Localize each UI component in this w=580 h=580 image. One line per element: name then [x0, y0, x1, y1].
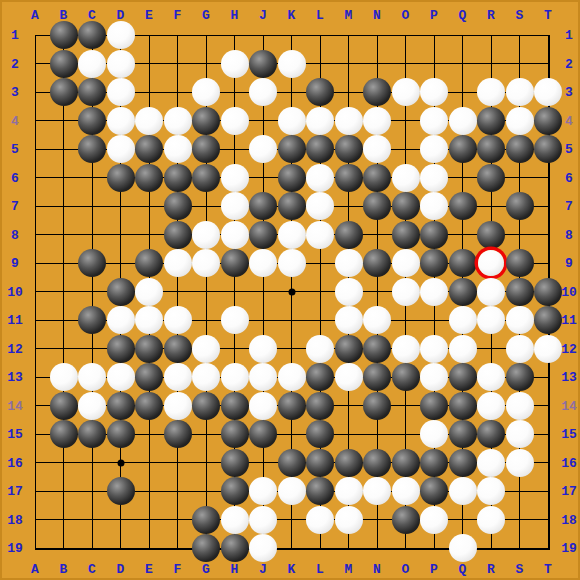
- intersection-E1[interactable]: [135, 21, 164, 50]
- stone-black-C4: [78, 107, 106, 135]
- stone-white-M10: [335, 278, 363, 306]
- stone-black-J15: [249, 420, 277, 448]
- intersection-M1[interactable]: [334, 21, 363, 50]
- intersection-A15[interactable]: [21, 420, 50, 449]
- intersection-B11[interactable]: [49, 306, 78, 335]
- col-label-bottom-O: O: [402, 563, 410, 576]
- intersection-Q8[interactable]: [448, 220, 477, 249]
- intersection-S17[interactable]: [505, 477, 534, 506]
- intersection-C18[interactable]: [78, 505, 107, 534]
- intersection-A8[interactable]: [21, 220, 50, 249]
- intersection-B16[interactable]: [49, 448, 78, 477]
- point-R3: [477, 78, 506, 107]
- stone-white-B13: [50, 363, 78, 391]
- intersection-N8[interactable]: [363, 220, 392, 249]
- intersection-L1[interactable]: [306, 21, 335, 50]
- point-B13: [49, 363, 78, 392]
- point-C11: [78, 306, 107, 335]
- intersection-A1[interactable]: [21, 21, 50, 50]
- intersection-O2[interactable]: [391, 49, 420, 78]
- stone-black-P17: [420, 477, 448, 505]
- intersection-F19[interactable]: [163, 534, 192, 563]
- intersection-L19[interactable]: [306, 534, 335, 563]
- intersection-G10[interactable]: [192, 277, 221, 306]
- intersection-C12[interactable]: [78, 334, 107, 363]
- go-board: AABBCCDDEEFFGGHHJJKKLLMMNNOOPPQQRRSSTT11…: [0, 0, 580, 580]
- intersection-D8[interactable]: [106, 220, 135, 249]
- point-H18: [220, 505, 249, 534]
- stone-white-R10: [477, 278, 505, 306]
- intersection-H1[interactable]: [220, 21, 249, 50]
- point-T12: [534, 334, 563, 363]
- point-O12: [391, 334, 420, 363]
- intersection-A7[interactable]: [21, 192, 50, 221]
- point-G3: [192, 78, 221, 107]
- row-label-right-5: 5: [565, 143, 573, 156]
- col-label-top-M: M: [345, 9, 353, 22]
- stone-white-R14: [477, 392, 505, 420]
- point-Q5: [448, 135, 477, 164]
- stone-black-Q16: [449, 449, 477, 477]
- intersection-M2[interactable]: [334, 49, 363, 78]
- intersection-L10[interactable]: [306, 277, 335, 306]
- intersection-B6[interactable]: [49, 163, 78, 192]
- stone-black-D6: [107, 164, 135, 192]
- intersection-F1[interactable]: [163, 21, 192, 50]
- intersection-O14[interactable]: [391, 391, 420, 420]
- stone-black-G4: [192, 107, 220, 135]
- stone-black-J7: [249, 192, 277, 220]
- stone-black-D17: [107, 477, 135, 505]
- intersection-F3[interactable]: [163, 78, 192, 107]
- intersection-K3[interactable]: [277, 78, 306, 107]
- stone-white-P15: [420, 420, 448, 448]
- intersection-E15[interactable]: [135, 420, 164, 449]
- intersection-O15[interactable]: [391, 420, 420, 449]
- point-R5: [477, 135, 506, 164]
- point-D2: [106, 49, 135, 78]
- point-H6: [220, 163, 249, 192]
- intersection-L9[interactable]: [306, 249, 335, 278]
- col-label-top-A: A: [31, 9, 39, 22]
- stone-black-N13: [363, 363, 391, 391]
- point-D17: [106, 477, 135, 506]
- intersection-B19[interactable]: [49, 534, 78, 563]
- intersection-N15[interactable]: [363, 420, 392, 449]
- intersection-A13[interactable]: [21, 363, 50, 392]
- intersection-J4[interactable]: [249, 106, 278, 135]
- intersection-T17[interactable]: [534, 477, 563, 506]
- intersection-B18[interactable]: [49, 505, 78, 534]
- stone-black-E6: [135, 164, 163, 192]
- intersection-O19[interactable]: [391, 534, 420, 563]
- intersection-A12[interactable]: [21, 334, 50, 363]
- intersection-D19[interactable]: [106, 534, 135, 563]
- point-L4: [306, 106, 335, 135]
- stone-white-E11: [135, 306, 163, 334]
- intersection-Q3[interactable]: [448, 78, 477, 107]
- point-C1: [78, 21, 107, 50]
- stone-white-D4: [107, 107, 135, 135]
- intersection-M15[interactable]: [334, 420, 363, 449]
- point-S14: [505, 391, 534, 420]
- intersection-M19[interactable]: [334, 534, 363, 563]
- stone-black-B1: [50, 21, 78, 49]
- intersection-E3[interactable]: [135, 78, 164, 107]
- stone-black-Q9: [449, 249, 477, 277]
- intersection-H12[interactable]: [220, 334, 249, 363]
- intersection-J1[interactable]: [249, 21, 278, 50]
- stone-white-G3: [192, 78, 220, 106]
- intersection-F10[interactable]: [163, 277, 192, 306]
- intersection-T16[interactable]: [534, 448, 563, 477]
- stone-black-G18: [192, 506, 220, 534]
- intersection-H5[interactable]: [220, 135, 249, 164]
- col-label-bottom-C: C: [88, 563, 96, 576]
- intersection-N19[interactable]: [363, 534, 392, 563]
- intersection-K15[interactable]: [277, 420, 306, 449]
- point-G18: [192, 505, 221, 534]
- intersection-D7[interactable]: [106, 192, 135, 221]
- intersection-J16[interactable]: [249, 448, 278, 477]
- intersection-G17[interactable]: [192, 477, 221, 506]
- point-D5: [106, 135, 135, 164]
- intersection-A10[interactable]: [21, 277, 50, 306]
- intersection-J6[interactable]: [249, 163, 278, 192]
- intersection-Q2[interactable]: [448, 49, 477, 78]
- intersection-H10[interactable]: [220, 277, 249, 306]
- stone-black-L3: [306, 78, 334, 106]
- stone-black-N14: [363, 392, 391, 420]
- col-label-top-N: N: [373, 9, 381, 22]
- row-label-left-5: 5: [11, 143, 19, 156]
- point-E9: [135, 249, 164, 278]
- intersection-A17[interactable]: [21, 477, 50, 506]
- intersection-M7[interactable]: [334, 192, 363, 221]
- intersection-B8[interactable]: [49, 220, 78, 249]
- intersection-C19[interactable]: [78, 534, 107, 563]
- point-M13: [334, 363, 363, 392]
- stone-black-Q7: [449, 192, 477, 220]
- intersection-H3[interactable]: [220, 78, 249, 107]
- intersection-D18[interactable]: [106, 505, 135, 534]
- stone-black-B15: [50, 420, 78, 448]
- stone-white-J19: [249, 534, 277, 562]
- intersection-T7[interactable]: [534, 192, 563, 221]
- row-label-right-16: 16: [561, 456, 577, 469]
- intersection-G1[interactable]: [192, 21, 221, 50]
- intersection-O11[interactable]: [391, 306, 420, 335]
- intersection-C7[interactable]: [78, 192, 107, 221]
- intersection-E17[interactable]: [135, 477, 164, 506]
- intersection-K10[interactable]: [277, 277, 306, 306]
- intersection-J11[interactable]: [249, 306, 278, 335]
- stone-black-L14: [306, 392, 334, 420]
- stone-white-D2: [107, 50, 135, 78]
- point-H2: [220, 49, 249, 78]
- stone-white-S3: [506, 78, 534, 106]
- intersection-F18[interactable]: [163, 505, 192, 534]
- point-N17: [363, 477, 392, 506]
- intersection-Q6[interactable]: [448, 163, 477, 192]
- col-label-bottom-F: F: [174, 563, 182, 576]
- intersection-T8[interactable]: [534, 220, 563, 249]
- point-F7: [163, 192, 192, 221]
- intersection-G2[interactable]: [192, 49, 221, 78]
- point-P14: [420, 391, 449, 420]
- intersection-C16[interactable]: [78, 448, 107, 477]
- stone-black-N16: [363, 449, 391, 477]
- stone-black-P8: [420, 221, 448, 249]
- intersection-O1[interactable]: [391, 21, 420, 50]
- intersection-M3[interactable]: [334, 78, 363, 107]
- stone-white-O17: [392, 477, 420, 505]
- stone-white-K9: [278, 249, 306, 277]
- intersection-B9[interactable]: [49, 249, 78, 278]
- point-O10: [391, 277, 420, 306]
- intersection-R19[interactable]: [477, 534, 506, 563]
- intersection-C6[interactable]: [78, 163, 107, 192]
- col-label-bottom-E: E: [145, 563, 153, 576]
- stone-white-E4: [135, 107, 163, 135]
- point-L18: [306, 505, 335, 534]
- stone-white-F4: [164, 107, 192, 135]
- point-R11: [477, 306, 506, 335]
- stone-black-Q5: [449, 135, 477, 163]
- intersection-M14[interactable]: [334, 391, 363, 420]
- intersection-N2[interactable]: [363, 49, 392, 78]
- point-J15: [249, 420, 278, 449]
- intersection-T6[interactable]: [534, 163, 563, 192]
- intersection-K1[interactable]: [277, 21, 306, 50]
- intersection-B5[interactable]: [49, 135, 78, 164]
- intersection-A19[interactable]: [21, 534, 50, 563]
- point-H13: [220, 363, 249, 392]
- stone-white-L7: [306, 192, 334, 220]
- stone-white-O12: [392, 335, 420, 363]
- point-R6: [477, 163, 506, 192]
- row-label-right-17: 17: [561, 485, 577, 498]
- intersection-R2[interactable]: [477, 49, 506, 78]
- intersection-B7[interactable]: [49, 192, 78, 221]
- intersection-R12[interactable]: [477, 334, 506, 363]
- intersection-Q1[interactable]: [448, 21, 477, 50]
- intersection-E18[interactable]: [135, 505, 164, 534]
- point-L6: [306, 163, 335, 192]
- stone-white-O9: [392, 249, 420, 277]
- col-label-bottom-J: J: [259, 563, 267, 576]
- intersection-G7[interactable]: [192, 192, 221, 221]
- row-label-right-15: 15: [561, 428, 577, 441]
- intersection-P1[interactable]: [420, 21, 449, 50]
- intersection-N10[interactable]: [363, 277, 392, 306]
- stone-black-P14: [420, 392, 448, 420]
- point-G13: [192, 363, 221, 392]
- point-Q14: [448, 391, 477, 420]
- stone-black-L17: [306, 477, 334, 505]
- intersection-O4[interactable]: [391, 106, 420, 135]
- point-S11: [505, 306, 534, 335]
- point-D10: [106, 277, 135, 306]
- point-J17: [249, 477, 278, 506]
- intersection-A16[interactable]: [21, 448, 50, 477]
- intersection-L2[interactable]: [306, 49, 335, 78]
- stone-white-C14: [78, 392, 106, 420]
- intersection-C10[interactable]: [78, 277, 107, 306]
- intersection-A9[interactable]: [21, 249, 50, 278]
- point-L12: [306, 334, 335, 363]
- point-S4: [505, 106, 534, 135]
- intersection-B17[interactable]: [49, 477, 78, 506]
- intersection-B10[interactable]: [49, 277, 78, 306]
- intersection-T18[interactable]: [534, 505, 563, 534]
- intersection-G11[interactable]: [192, 306, 221, 335]
- stone-black-L15: [306, 420, 334, 448]
- intersection-K11[interactable]: [277, 306, 306, 335]
- point-O7: [391, 192, 420, 221]
- intersection-L11[interactable]: [306, 306, 335, 335]
- intersection-D16[interactable]: [106, 448, 135, 477]
- intersection-B4[interactable]: [49, 106, 78, 135]
- stone-white-F13: [164, 363, 192, 391]
- point-P6: [420, 163, 449, 192]
- stone-black-F7: [164, 192, 192, 220]
- intersection-A4[interactable]: [21, 106, 50, 135]
- stone-black-D15: [107, 420, 135, 448]
- intersection-T15[interactable]: [534, 420, 563, 449]
- col-label-top-R: R: [487, 9, 495, 22]
- intersection-S18[interactable]: [505, 505, 534, 534]
- intersection-P2[interactable]: [420, 49, 449, 78]
- stone-black-Q15: [449, 420, 477, 448]
- point-Q17: [448, 477, 477, 506]
- intersection-C17[interactable]: [78, 477, 107, 506]
- point-S10: [505, 277, 534, 306]
- point-D14: [106, 391, 135, 420]
- stone-black-C1: [78, 21, 106, 49]
- point-F13: [163, 363, 192, 392]
- point-H14: [220, 391, 249, 420]
- stone-black-C3: [78, 78, 106, 106]
- intersection-A18[interactable]: [21, 505, 50, 534]
- intersection-T2[interactable]: [534, 49, 563, 78]
- stone-white-D5: [107, 135, 135, 163]
- row-label-right-13: 13: [561, 371, 577, 384]
- intersection-O5[interactable]: [391, 135, 420, 164]
- point-R16: [477, 448, 506, 477]
- point-K9: [277, 249, 306, 278]
- intersection-K18[interactable]: [277, 505, 306, 534]
- row-label-right-6: 6: [565, 171, 573, 184]
- intersection-K12[interactable]: [277, 334, 306, 363]
- intersection-D9[interactable]: [106, 249, 135, 278]
- intersection-F2[interactable]: [163, 49, 192, 78]
- intersection-E19[interactable]: [135, 534, 164, 563]
- stone-white-J12: [249, 335, 277, 363]
- intersection-G16[interactable]: [192, 448, 221, 477]
- intersection-E2[interactable]: [135, 49, 164, 78]
- intersection-T1[interactable]: [534, 21, 563, 50]
- point-F8: [163, 220, 192, 249]
- point-Q16: [448, 448, 477, 477]
- intersection-A2[interactable]: [21, 49, 50, 78]
- intersection-N1[interactable]: [363, 21, 392, 50]
- intersection-T14[interactable]: [534, 391, 563, 420]
- intersection-F16[interactable]: [163, 448, 192, 477]
- point-S7: [505, 192, 534, 221]
- intersection-S6[interactable]: [505, 163, 534, 192]
- intersection-A6[interactable]: [21, 163, 50, 192]
- intersection-A5[interactable]: [21, 135, 50, 164]
- intersection-E16[interactable]: [135, 448, 164, 477]
- stone-white-H8: [221, 221, 249, 249]
- row-label-right-4: 4: [565, 114, 573, 127]
- intersection-T13[interactable]: [534, 363, 563, 392]
- intersection-T9[interactable]: [534, 249, 563, 278]
- point-E10: [135, 277, 164, 306]
- stone-white-N5: [363, 135, 391, 163]
- stone-white-D1: [107, 21, 135, 49]
- intersection-B12[interactable]: [49, 334, 78, 363]
- intersection-R7[interactable]: [477, 192, 506, 221]
- intersection-A3[interactable]: [21, 78, 50, 107]
- intersection-T19[interactable]: [534, 534, 563, 563]
- stone-white-L8: [306, 221, 334, 249]
- intersection-S19[interactable]: [505, 534, 534, 563]
- intersection-E7[interactable]: [135, 192, 164, 221]
- stone-black-D14: [107, 392, 135, 420]
- intersection-P11[interactable]: [420, 306, 449, 335]
- stone-black-K16: [278, 449, 306, 477]
- stone-white-J9: [249, 249, 277, 277]
- stone-black-S7: [506, 192, 534, 220]
- intersection-N18[interactable]: [363, 505, 392, 534]
- intersection-S2[interactable]: [505, 49, 534, 78]
- intersection-G15[interactable]: [192, 420, 221, 449]
- stone-white-J5: [249, 135, 277, 163]
- col-label-bottom-D: D: [117, 563, 125, 576]
- intersection-S1[interactable]: [505, 21, 534, 50]
- point-L5: [306, 135, 335, 164]
- point-K8: [277, 220, 306, 249]
- intersection-E8[interactable]: [135, 220, 164, 249]
- point-T11: [534, 306, 563, 335]
- intersection-P19[interactable]: [420, 534, 449, 563]
- point-M6: [334, 163, 363, 192]
- intersection-A14[interactable]: [21, 391, 50, 420]
- row-label-left-14: 14: [7, 399, 23, 412]
- point-N7: [363, 192, 392, 221]
- intersection-A11[interactable]: [21, 306, 50, 335]
- stones-layer: [21, 21, 563, 563]
- stone-black-P16: [420, 449, 448, 477]
- point-R8: [477, 220, 506, 249]
- intersection-Q18[interactable]: [448, 505, 477, 534]
- col-label-top-E: E: [145, 9, 153, 22]
- intersection-C8[interactable]: [78, 220, 107, 249]
- point-K16: [277, 448, 306, 477]
- intersection-S8[interactable]: [505, 220, 534, 249]
- point-P9: [420, 249, 449, 278]
- row-label-left-12: 12: [7, 342, 23, 355]
- point-L16: [306, 448, 335, 477]
- point-P16: [420, 448, 449, 477]
- intersection-J10[interactable]: [249, 277, 278, 306]
- intersection-K19[interactable]: [277, 534, 306, 563]
- intersection-F17[interactable]: [163, 477, 192, 506]
- stone-black-K6: [278, 164, 306, 192]
- intersection-R1[interactable]: [477, 21, 506, 50]
